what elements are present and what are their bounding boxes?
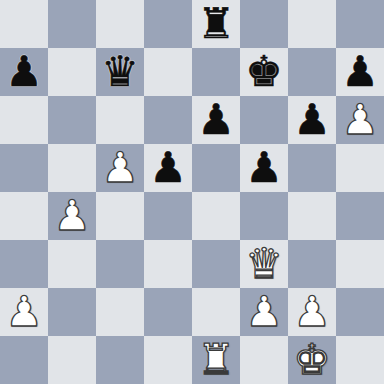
square-a7[interactable]: ♟ — [0, 48, 48, 96]
square-b2[interactable] — [48, 288, 96, 336]
square-d6[interactable] — [144, 96, 192, 144]
square-h1[interactable] — [336, 336, 384, 384]
square-f5[interactable]: ♟ — [240, 144, 288, 192]
white-king[interactable]: ♚ — [293, 336, 331, 384]
square-a8[interactable] — [0, 0, 48, 48]
black-pawn[interactable]: ♟ — [245, 144, 283, 192]
square-f7[interactable]: ♚ — [240, 48, 288, 96]
square-d5[interactable]: ♟ — [144, 144, 192, 192]
black-pawn[interactable]: ♟ — [149, 144, 187, 192]
white-rook[interactable]: ♜ — [197, 336, 235, 384]
square-g7[interactable] — [288, 48, 336, 96]
black-queen[interactable]: ♛ — [101, 48, 139, 96]
square-d1[interactable] — [144, 336, 192, 384]
white-pawn[interactable]: ♟ — [101, 144, 139, 192]
white-pawn[interactable]: ♟ — [341, 96, 379, 144]
white-pawn[interactable]: ♟ — [293, 288, 331, 336]
square-f3[interactable]: ♛ — [240, 240, 288, 288]
square-c4[interactable] — [96, 192, 144, 240]
white-queen[interactable]: ♛ — [245, 240, 283, 288]
square-f2[interactable]: ♟ — [240, 288, 288, 336]
square-h8[interactable] — [336, 0, 384, 48]
square-a6[interactable] — [0, 96, 48, 144]
square-b4[interactable]: ♟ — [48, 192, 96, 240]
square-b7[interactable] — [48, 48, 96, 96]
square-d3[interactable] — [144, 240, 192, 288]
square-f6[interactable] — [240, 96, 288, 144]
square-g4[interactable] — [288, 192, 336, 240]
square-c3[interactable] — [96, 240, 144, 288]
square-h4[interactable] — [336, 192, 384, 240]
square-c7[interactable]: ♛ — [96, 48, 144, 96]
square-d8[interactable] — [144, 0, 192, 48]
square-e5[interactable] — [192, 144, 240, 192]
square-g5[interactable] — [288, 144, 336, 192]
square-f1[interactable] — [240, 336, 288, 384]
square-f4[interactable] — [240, 192, 288, 240]
square-b3[interactable] — [48, 240, 96, 288]
square-e4[interactable] — [192, 192, 240, 240]
square-h2[interactable] — [336, 288, 384, 336]
black-pawn[interactable]: ♟ — [197, 96, 235, 144]
black-pawn[interactable]: ♟ — [5, 48, 43, 96]
square-a4[interactable] — [0, 192, 48, 240]
square-b8[interactable] — [48, 0, 96, 48]
square-c5[interactable]: ♟ — [96, 144, 144, 192]
square-b5[interactable] — [48, 144, 96, 192]
square-a3[interactable] — [0, 240, 48, 288]
square-a5[interactable] — [0, 144, 48, 192]
square-a2[interactable]: ♟ — [0, 288, 48, 336]
square-b6[interactable] — [48, 96, 96, 144]
square-e7[interactable] — [192, 48, 240, 96]
square-g6[interactable]: ♟ — [288, 96, 336, 144]
square-h6[interactable]: ♟ — [336, 96, 384, 144]
square-f8[interactable] — [240, 0, 288, 48]
square-h3[interactable] — [336, 240, 384, 288]
square-e3[interactable] — [192, 240, 240, 288]
square-c2[interactable] — [96, 288, 144, 336]
chess-board: ♜♟♛♚♟♟♟♟♟♟♟♟♛♟♟♟♜♚ — [0, 0, 384, 384]
black-pawn[interactable]: ♟ — [341, 48, 379, 96]
square-e8[interactable]: ♜ — [192, 0, 240, 48]
square-e6[interactable]: ♟ — [192, 96, 240, 144]
square-e2[interactable] — [192, 288, 240, 336]
white-pawn[interactable]: ♟ — [5, 288, 43, 336]
square-d4[interactable] — [144, 192, 192, 240]
square-c1[interactable] — [96, 336, 144, 384]
square-h7[interactable]: ♟ — [336, 48, 384, 96]
square-b1[interactable] — [48, 336, 96, 384]
square-d7[interactable] — [144, 48, 192, 96]
square-c8[interactable] — [96, 0, 144, 48]
square-d2[interactable] — [144, 288, 192, 336]
square-e1[interactable]: ♜ — [192, 336, 240, 384]
white-pawn[interactable]: ♟ — [245, 288, 283, 336]
square-a1[interactable] — [0, 336, 48, 384]
white-pawn[interactable]: ♟ — [53, 192, 91, 240]
black-king[interactable]: ♚ — [245, 48, 283, 96]
square-h5[interactable] — [336, 144, 384, 192]
black-rook[interactable]: ♜ — [197, 0, 235, 48]
black-pawn[interactable]: ♟ — [293, 96, 331, 144]
square-c6[interactable] — [96, 96, 144, 144]
square-g8[interactable] — [288, 0, 336, 48]
square-g1[interactable]: ♚ — [288, 336, 336, 384]
square-g3[interactable] — [288, 240, 336, 288]
square-g2[interactable]: ♟ — [288, 288, 336, 336]
